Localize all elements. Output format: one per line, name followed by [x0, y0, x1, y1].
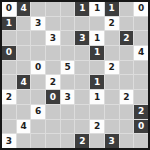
board-cell-r4c3[interactable] [46, 61, 60, 75]
board-cell-r9c4[interactable] [61, 134, 75, 148]
board-cell-r1c2[interactable]: 3 [31, 17, 45, 31]
board-cell-r5c9[interactable] [134, 75, 148, 89]
board-cell-r5c6[interactable]: 1 [90, 75, 104, 89]
board-cell-r8c1[interactable]: 4 [17, 120, 31, 134]
board-cell-r2c7[interactable] [105, 31, 119, 45]
board-cell-r4c9[interactable] [134, 61, 148, 75]
board-cell-r3c3[interactable] [46, 46, 60, 60]
board-cell-r4c4[interactable]: 5 [61, 61, 75, 75]
board-cell-r3c2[interactable] [31, 46, 45, 60]
board-cell-r6c5[interactable] [75, 90, 89, 104]
board-cell-r7c8[interactable] [120, 105, 134, 119]
board-cell-r9c0[interactable]: 3 [2, 134, 16, 148]
board-cell-r8c0[interactable] [2, 120, 16, 134]
board-cell-r8c5[interactable] [75, 120, 89, 134]
board-cell-r1c3[interactable] [46, 17, 60, 31]
board-cell-r3c7[interactable] [105, 46, 119, 60]
board-cell-r1c8[interactable] [120, 17, 134, 31]
board-cell-r6c9[interactable] [134, 90, 148, 104]
board-cell-r9c2[interactable] [31, 134, 45, 148]
board-cell-r5c7[interactable] [105, 75, 119, 89]
board-cell-r2c6[interactable]: 1 [90, 31, 104, 45]
board-cell-r5c2[interactable] [31, 75, 45, 89]
board-cell-r1c4[interactable] [61, 17, 75, 31]
board-cell-r3c5[interactable] [75, 46, 89, 60]
board-cell-r1c6[interactable] [90, 17, 104, 31]
board-cell-r0c6[interactable]: 1 [90, 2, 104, 16]
board-cell-r2c1[interactable] [17, 31, 31, 45]
board-cell-r8c7[interactable] [105, 120, 119, 134]
board-cell-r0c2[interactable] [31, 2, 45, 16]
board-cell-r5c4[interactable] [61, 75, 75, 89]
board-cell-r7c4[interactable] [61, 105, 75, 119]
board-cell-r5c3[interactable]: 2 [46, 75, 60, 89]
board-cell-r8c8[interactable] [120, 120, 134, 134]
board-cell-r9c9[interactable] [134, 134, 148, 148]
board-cell-r0c9[interactable]: 0 [134, 2, 148, 16]
board-cell-r1c5[interactable] [75, 17, 89, 31]
board-cell-r5c0[interactable] [2, 75, 16, 89]
board-cell-r2c0[interactable] [2, 31, 16, 45]
board-cell-r2c3[interactable]: 3 [46, 31, 60, 45]
board-cell-r9c8[interactable] [120, 134, 134, 148]
board-cell-r9c7[interactable]: 3 [105, 134, 119, 148]
board-cell-r0c3[interactable] [46, 2, 60, 16]
board-cell-r4c8[interactable] [120, 61, 134, 75]
board-cell-r6c2[interactable] [31, 90, 45, 104]
board-cell-r2c5[interactable]: 3 [75, 31, 89, 45]
board-cell-r7c0[interactable] [2, 105, 16, 119]
board-cell-r3c0[interactable]: 0 [2, 46, 16, 60]
board-cell-r6c3[interactable]: 0 [46, 90, 60, 104]
board-cell-r9c1[interactable] [17, 134, 31, 148]
board-cell-r3c6[interactable]: 1 [90, 46, 104, 60]
board-cell-r1c9[interactable] [134, 17, 148, 31]
board-cell-r8c2[interactable] [31, 120, 45, 134]
board-cell-r0c1[interactable]: 4 [17, 2, 31, 16]
board-cell-r7c3[interactable] [46, 105, 60, 119]
board-cell-r0c7[interactable]: 1 [105, 2, 119, 16]
board-cell-r1c7[interactable]: 2 [105, 17, 119, 31]
board-cell-r0c5[interactable]: 1 [75, 2, 89, 16]
board-cell-r1c0[interactable]: 1 [2, 17, 16, 31]
board-cell-r3c9[interactable]: 4 [134, 46, 148, 60]
board-cell-r8c4[interactable] [61, 120, 75, 134]
board-cell-r4c1[interactable] [17, 61, 31, 75]
board-cell-r8c9[interactable]: 0 [134, 120, 148, 134]
board-cell-r9c3[interactable] [46, 134, 60, 148]
board-cell-r7c1[interactable] [17, 105, 31, 119]
board-cell-r3c4[interactable] [61, 46, 75, 60]
board-cell-r0c4[interactable] [61, 2, 75, 16]
board-cell-r7c2[interactable]: 6 [31, 105, 45, 119]
board-cell-r9c5[interactable]: 2 [75, 134, 89, 148]
board-cell-r3c1[interactable] [17, 46, 31, 60]
board-cell-r5c1[interactable]: 4 [17, 75, 31, 89]
board-cell-r6c8[interactable]: 2 [120, 90, 134, 104]
board-cell-r6c0[interactable]: 2 [2, 90, 16, 104]
board-cell-r2c8[interactable]: 2 [120, 31, 134, 45]
board-cell-r7c5[interactable] [75, 105, 89, 119]
board-cell-r8c6[interactable]: 2 [90, 120, 104, 134]
board-cell-r0c0[interactable]: 0 [2, 2, 16, 16]
board-cell-r4c7[interactable]: 2 [105, 61, 119, 75]
board-cell-r4c6[interactable] [90, 61, 104, 75]
board-cell-r5c5[interactable] [75, 75, 89, 89]
puzzle-board: 04111013233120140524212031262420323 [0, 0, 150, 150]
board-cell-r0c8[interactable] [120, 2, 134, 16]
board-cell-r3c8[interactable] [120, 46, 134, 60]
board-cell-r6c1[interactable] [17, 90, 31, 104]
board-cell-r2c9[interactable] [134, 31, 148, 45]
board-cell-r2c4[interactable] [61, 31, 75, 45]
board-cell-r4c2[interactable]: 0 [31, 61, 45, 75]
board-cell-r4c5[interactable] [75, 61, 89, 75]
board-cell-r7c7[interactable] [105, 105, 119, 119]
board-cell-r4c0[interactable] [2, 61, 16, 75]
board-cell-r6c4[interactable]: 3 [61, 90, 75, 104]
board-cell-r7c9[interactable]: 2 [134, 105, 148, 119]
board-cell-r9c6[interactable] [90, 134, 104, 148]
board-cell-r6c7[interactable] [105, 90, 119, 104]
board-cell-r8c3[interactable] [46, 120, 60, 134]
board-cell-r6c6[interactable]: 1 [90, 90, 104, 104]
board-cell-r1c1[interactable] [17, 17, 31, 31]
board-cell-r2c2[interactable] [31, 31, 45, 45]
board-cell-r5c8[interactable] [120, 75, 134, 89]
board-cell-r7c6[interactable] [90, 105, 104, 119]
